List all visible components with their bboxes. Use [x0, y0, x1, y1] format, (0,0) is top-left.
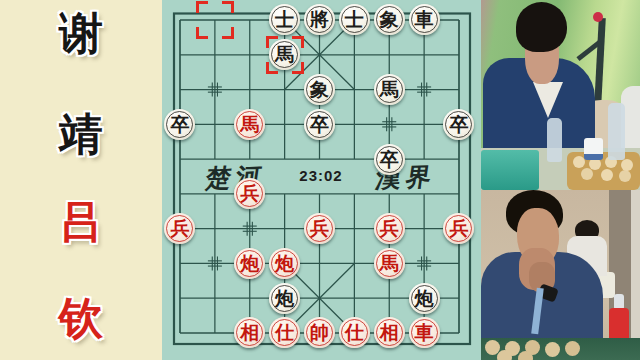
- front-table: [481, 338, 640, 360]
- board-cell-5-5[interactable]: [337, 176, 372, 211]
- piece-black-soldier[interactable]: 卒: [304, 109, 335, 140]
- piece-black-horse[interactable]: 馬: [269, 39, 300, 70]
- board-cell-5-1[interactable]: [337, 37, 372, 72]
- piece-glyph: 仕: [345, 323, 364, 342]
- board-cell-3-5[interactable]: [267, 176, 302, 211]
- board-cell-1-4[interactable]: [197, 142, 232, 177]
- board-cell-5-8[interactable]: [337, 281, 372, 316]
- piece-glyph: 卒: [380, 150, 399, 169]
- water-bottle: [608, 103, 625, 160]
- board-cell-8-1[interactable]: [442, 37, 477, 72]
- red-player-name-char: 钦: [59, 296, 103, 340]
- board-cell-6-0[interactable]: 象: [372, 3, 407, 38]
- board-cell-7-4[interactable]: [407, 142, 442, 177]
- xiangqi-board: 楚河 23:02 漢界 士將士象車馬象馬卒馬卒卒卒兵兵兵兵兵炮炮馬炮炮相仕帥仕相…: [162, 0, 481, 360]
- board-cell-6-7[interactable]: 馬: [372, 246, 407, 281]
- board-cell-3-7[interactable]: 炮: [267, 246, 302, 281]
- board-cell-6-6[interactable]: 兵: [372, 211, 407, 246]
- piece-glyph: 兵: [240, 184, 259, 203]
- piece-glyph: 兵: [170, 219, 189, 238]
- board-cell-6-9[interactable]: 相: [372, 315, 407, 350]
- board-cell-2-8[interactable]: [232, 281, 267, 316]
- piece-red-soldier[interactable]: 兵: [164, 213, 195, 244]
- board-cell-0-2[interactable]: [163, 72, 198, 107]
- board-cell-4-6[interactable]: 兵: [302, 211, 337, 246]
- piece-glyph: 炮: [240, 254, 259, 273]
- board-cell-4-4[interactable]: [302, 142, 337, 177]
- board-cell-5-0[interactable]: 士: [337, 3, 372, 38]
- board-cell-8-5[interactable]: [442, 176, 477, 211]
- board-cell-6-1[interactable]: [372, 37, 407, 72]
- board-cell-1-1[interactable]: [197, 37, 232, 72]
- board-cell-3-4[interactable]: [267, 142, 302, 177]
- wall-column: [631, 190, 640, 360]
- board-cell-7-2[interactable]: [407, 72, 442, 107]
- board-cell-0-1[interactable]: [163, 37, 198, 72]
- piece-red-horse[interactable]: 馬: [374, 248, 405, 279]
- piece-glyph: 象: [310, 80, 329, 99]
- board-cell-0-3[interactable]: 卒: [163, 107, 198, 142]
- board-cell-8-4[interactable]: [442, 142, 477, 177]
- books: [481, 150, 539, 190]
- piece-glyph: 士: [275, 10, 294, 29]
- board-cell-5-9[interactable]: 仕: [337, 315, 372, 350]
- piece-glyph: 馬: [380, 254, 399, 273]
- black-player-name-char: 靖: [59, 112, 103, 156]
- board-cell-0-9[interactable]: [163, 315, 198, 350]
- piece-black-horse[interactable]: 馬: [374, 74, 405, 105]
- piece-glyph: 卒: [310, 115, 329, 134]
- piece-red-advisor[interactable]: 仕: [339, 317, 370, 348]
- piece-glyph: 車: [415, 323, 434, 342]
- piece-glyph: 兵: [449, 219, 468, 238]
- board-cell-3-0[interactable]: 士: [267, 3, 302, 38]
- piece-glyph: 車: [415, 10, 434, 29]
- board-cell-3-1[interactable]: 馬: [267, 37, 302, 72]
- piece-glyph: 象: [380, 10, 399, 29]
- piece-black-soldier[interactable]: 卒: [164, 109, 195, 140]
- board-cell-8-9[interactable]: [442, 315, 477, 350]
- piece-red-rook[interactable]: 車: [409, 317, 440, 348]
- piece-glyph: 馬: [240, 115, 259, 134]
- piece-glyph: 炮: [275, 289, 294, 308]
- microphone-knob: [593, 12, 603, 22]
- board-cell-1-7[interactable]: [197, 246, 232, 281]
- black-player-name-char: 谢: [59, 11, 103, 55]
- board-cell-4-2[interactable]: 象: [302, 72, 337, 107]
- photo-top-player: [481, 0, 640, 190]
- board-cell-6-3[interactable]: [372, 107, 407, 142]
- board-cell-5-2[interactable]: [337, 72, 372, 107]
- piece-red-soldier[interactable]: 兵: [443, 213, 474, 244]
- piece-glyph: 相: [380, 323, 399, 342]
- board-cell-2-5[interactable]: 兵: [232, 176, 267, 211]
- board-cell-3-6[interactable]: [267, 211, 302, 246]
- piece-glyph: 馬: [380, 80, 399, 99]
- piece-black-soldier[interactable]: 卒: [374, 144, 405, 175]
- board-cell-5-3[interactable]: [337, 107, 372, 142]
- piece-glyph: 炮: [275, 254, 294, 273]
- board-cell-6-5[interactable]: [372, 176, 407, 211]
- board-cell-0-0[interactable]: [163, 3, 198, 38]
- piece-red-cannon[interactable]: 炮: [269, 248, 300, 279]
- board-cell-4-0[interactable]: 將: [302, 3, 337, 38]
- board-cell-0-6[interactable]: 兵: [163, 211, 198, 246]
- last-move-from-marker: [196, 1, 234, 39]
- board-cell-0-7[interactable]: [163, 246, 198, 281]
- board-cell-2-9[interactable]: 相: [232, 315, 267, 350]
- piece-black-king[interactable]: 將: [304, 4, 335, 35]
- piece-glyph: 兵: [310, 219, 329, 238]
- board-cell-1-9[interactable]: [197, 315, 232, 350]
- board-cell-7-3[interactable]: [407, 107, 442, 142]
- piece-glyph: 卒: [449, 115, 468, 134]
- board-cell-2-6[interactable]: [232, 211, 267, 246]
- piece-red-soldier[interactable]: 兵: [304, 213, 335, 244]
- board-cell-6-4[interactable]: 卒: [372, 142, 407, 177]
- piece-black-rook[interactable]: 車: [409, 4, 440, 35]
- piece-glyph: 士: [345, 10, 364, 29]
- board-cell-7-6[interactable]: [407, 211, 442, 246]
- board-cell-5-6[interactable]: [337, 211, 372, 246]
- board-cell-4-7[interactable]: [302, 246, 337, 281]
- board-cell-8-3[interactable]: 卒: [442, 107, 477, 142]
- board-cell-7-7[interactable]: [407, 246, 442, 281]
- piece-glyph: 炮: [415, 289, 434, 308]
- red-player-name-char: 吕: [59, 200, 103, 244]
- piece-glyph: 相: [240, 323, 259, 342]
- board-cell-4-9[interactable]: 帥: [302, 315, 337, 350]
- piece-glyph: 兵: [380, 219, 399, 238]
- board-cell-8-7[interactable]: [442, 246, 477, 281]
- player-hair: [516, 2, 567, 52]
- board-cell-4-5[interactable]: [302, 176, 337, 211]
- piece-red-elephant[interactable]: 相: [374, 317, 405, 348]
- board-cell-6-8[interactable]: [372, 281, 407, 316]
- piece-black-cannon[interactable]: 炮: [409, 283, 440, 314]
- board-cell-2-3[interactable]: 馬: [232, 107, 267, 142]
- board-cell-5-7[interactable]: [337, 246, 372, 281]
- tea-cup: [584, 138, 603, 160]
- board-cell-7-1[interactable]: [407, 37, 442, 72]
- board-cell-1-2[interactable]: [197, 72, 232, 107]
- board-cell-1-5[interactable]: [197, 176, 232, 211]
- piece-red-horse[interactable]: 馬: [234, 109, 265, 140]
- piece-red-soldier[interactable]: 兵: [374, 213, 405, 244]
- piece-red-elephant[interactable]: 相: [234, 317, 265, 348]
- board-cell-4-1[interactable]: [302, 37, 337, 72]
- board-cell-2-4[interactable]: [232, 142, 267, 177]
- piece-glyph: 卒: [170, 115, 189, 134]
- photo-bottom-player: [481, 190, 640, 360]
- broadcast-screenshot: 谢 靖 吕 钦 楚河 23:02 漢界 士將士象車馬象馬卒馬卒卒卒兵兵兵兵兵炮炮…: [0, 0, 640, 360]
- piece-glyph: 仕: [275, 323, 294, 342]
- board-intersections: 士將士象車馬象馬卒馬卒卒卒兵兵兵兵兵炮炮馬炮炮相仕帥仕相車: [163, 3, 477, 351]
- board-cell-7-9[interactable]: 車: [407, 315, 442, 350]
- board-cell-2-2[interactable]: [232, 72, 267, 107]
- piece-red-advisor[interactable]: 仕: [269, 317, 300, 348]
- board-cell-3-3[interactable]: [267, 107, 302, 142]
- board-cell-4-3[interactable]: 卒: [302, 107, 337, 142]
- piece-black-cannon[interactable]: 炮: [269, 283, 300, 314]
- piece-black-advisor[interactable]: 士: [339, 4, 370, 35]
- board-cell-3-9[interactable]: 仕: [267, 315, 302, 350]
- board-cell-1-3[interactable]: [197, 107, 232, 142]
- board-cell-2-7[interactable]: 炮: [232, 246, 267, 281]
- piece-red-king[interactable]: 帥: [304, 317, 335, 348]
- board-cell-8-8[interactable]: [442, 281, 477, 316]
- board-cell-5-4[interactable]: [337, 142, 372, 177]
- piece-red-soldier[interactable]: 兵: [234, 178, 265, 209]
- board-cell-3-2[interactable]: [267, 72, 302, 107]
- board-cell-2-0[interactable]: [232, 3, 267, 38]
- piece-glyph: 馬: [275, 45, 294, 64]
- board-cell-1-8[interactable]: [197, 281, 232, 316]
- piece-red-cannon[interactable]: 炮: [234, 248, 265, 279]
- piece-glyph: 帥: [310, 323, 329, 342]
- board-cell-7-8[interactable]: 炮: [407, 281, 442, 316]
- board-cell-7-5[interactable]: [407, 176, 442, 211]
- board-cell-6-2[interactable]: 馬: [372, 72, 407, 107]
- board-cell-0-5[interactable]: [163, 176, 198, 211]
- board-cell-7-0[interactable]: 車: [407, 3, 442, 38]
- board-cell-1-0[interactable]: [197, 3, 232, 38]
- water-bottle: [547, 118, 562, 162]
- table-chess-pieces: [485, 340, 500, 355]
- board-cell-2-1[interactable]: [232, 37, 267, 72]
- piece-black-elephant[interactable]: 象: [374, 4, 405, 35]
- board-cell-8-2[interactable]: [442, 72, 477, 107]
- board-cell-0-8[interactable]: [163, 281, 198, 316]
- board-cell-8-0[interactable]: [442, 3, 477, 38]
- board-cell-3-8[interactable]: 炮: [267, 281, 302, 316]
- piece-glyph: 將: [310, 10, 329, 29]
- piece-black-advisor[interactable]: 士: [269, 4, 300, 35]
- board-cell-0-4[interactable]: [163, 142, 198, 177]
- board-cell-1-6[interactable]: [197, 211, 232, 246]
- players-panel: 谢 靖 吕 钦: [0, 0, 162, 360]
- piece-black-elephant[interactable]: 象: [304, 74, 335, 105]
- piece-black-soldier[interactable]: 卒: [443, 109, 474, 140]
- board-cell-4-8[interactable]: [302, 281, 337, 316]
- board-cell-8-6[interactable]: 兵: [442, 211, 477, 246]
